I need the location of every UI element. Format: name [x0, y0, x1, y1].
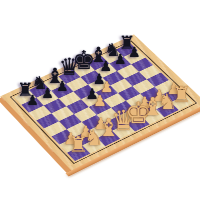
pieces-layer: ♜♞♝♛♚♝♞♜♟♟♟♟♟♟♟♟♟♟♟♟♟♟♟♟♜♞♝♛♚♝♞♜ [0, 0, 200, 200]
piece-black-pawn-c7[interactable]: ♟ [56, 79, 69, 93]
piece-black-pawn-f7[interactable]: ♟ [100, 58, 113, 72]
chess-set-photo: ♜♞♝♛♚♝♞♜♟♟♟♟♟♟♟♟♟♟♟♟♟♟♟♟♜♞♝♛♚♝♞♜ [0, 0, 200, 200]
piece-black-pawn-a7[interactable]: ♟ [26, 93, 39, 107]
piece-black-pawn-h7[interactable]: ♟ [128, 45, 141, 59]
piece-black-pawn-g7[interactable]: ♟ [114, 52, 127, 66]
piece-white-rook-h1[interactable]: ♜ [172, 84, 191, 105]
piece-black-pawn-b7[interactable]: ♟ [41, 86, 54, 100]
piece-white-pawn-d4[interactable]: ♟ [93, 94, 106, 109]
